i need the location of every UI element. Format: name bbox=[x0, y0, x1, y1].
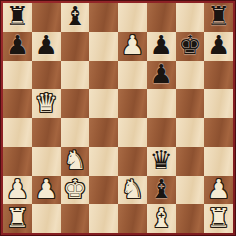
square-h8[interactable]: ♜ bbox=[204, 3, 233, 32]
piece-black-queen: ♛ bbox=[149, 147, 172, 173]
square-d7[interactable] bbox=[89, 32, 118, 61]
square-e5[interactable] bbox=[118, 89, 147, 118]
square-f8[interactable] bbox=[147, 3, 176, 32]
square-h5[interactable] bbox=[204, 89, 233, 118]
square-f6[interactable]: ♟ bbox=[147, 61, 176, 90]
square-d1[interactable] bbox=[89, 204, 118, 233]
square-h6[interactable] bbox=[204, 61, 233, 90]
piece-white-pawn: ♟ bbox=[207, 176, 230, 202]
square-g2[interactable] bbox=[176, 176, 205, 205]
square-e4[interactable] bbox=[118, 118, 147, 147]
square-f1[interactable]: ♝ bbox=[147, 204, 176, 233]
piece-white-rook: ♜ bbox=[207, 205, 230, 231]
piece-black-pawn: ♟ bbox=[207, 32, 230, 58]
piece-white-pawn: ♟ bbox=[34, 176, 57, 202]
square-f7[interactable]: ♟ bbox=[147, 32, 176, 61]
square-d5[interactable] bbox=[89, 89, 118, 118]
square-c5[interactable] bbox=[61, 89, 90, 118]
square-g1[interactable] bbox=[176, 204, 205, 233]
square-f3[interactable]: ♛ bbox=[147, 147, 176, 176]
square-g3[interactable] bbox=[176, 147, 205, 176]
square-d2[interactable] bbox=[89, 176, 118, 205]
square-b6[interactable] bbox=[32, 61, 61, 90]
square-a6[interactable] bbox=[3, 61, 32, 90]
piece-black-rook: ♜ bbox=[207, 3, 230, 29]
square-c6[interactable] bbox=[61, 61, 90, 90]
square-g7[interactable]: ♚ bbox=[176, 32, 205, 61]
square-g8[interactable] bbox=[176, 3, 205, 32]
square-c8[interactable]: ♝ bbox=[61, 3, 90, 32]
piece-white-knight: ♞ bbox=[63, 147, 86, 173]
square-h2[interactable]: ♟ bbox=[204, 176, 233, 205]
square-b2[interactable]: ♟ bbox=[32, 176, 61, 205]
square-c1[interactable] bbox=[61, 204, 90, 233]
square-e2[interactable]: ♞ bbox=[118, 176, 147, 205]
piece-white-bishop: ♝ bbox=[149, 205, 172, 231]
square-e7[interactable]: ♟ bbox=[118, 32, 147, 61]
piece-black-bishop: ♝ bbox=[149, 176, 172, 202]
square-h3[interactable] bbox=[204, 147, 233, 176]
piece-black-pawn: ♟ bbox=[149, 32, 172, 58]
square-b4[interactable] bbox=[32, 118, 61, 147]
piece-white-knight: ♞ bbox=[121, 176, 144, 202]
square-a3[interactable] bbox=[3, 147, 32, 176]
square-d3[interactable] bbox=[89, 147, 118, 176]
chess-board: ♜♝♜♟♟♟♟♚♟♟♛♞♛♟♟♚♞♝♟♜♝♜ bbox=[3, 3, 233, 233]
piece-white-pawn: ♟ bbox=[6, 176, 29, 202]
square-h7[interactable]: ♟ bbox=[204, 32, 233, 61]
square-g6[interactable] bbox=[176, 61, 205, 90]
square-f2[interactable]: ♝ bbox=[147, 176, 176, 205]
piece-white-king: ♚ bbox=[63, 176, 86, 202]
square-d4[interactable] bbox=[89, 118, 118, 147]
square-a8[interactable]: ♜ bbox=[3, 3, 32, 32]
piece-white-queen: ♛ bbox=[34, 90, 57, 116]
square-c4[interactable] bbox=[61, 118, 90, 147]
piece-white-pawn: ♟ bbox=[121, 32, 144, 58]
square-f4[interactable] bbox=[147, 118, 176, 147]
square-c2[interactable]: ♚ bbox=[61, 176, 90, 205]
piece-white-rook: ♜ bbox=[6, 205, 29, 231]
square-f5[interactable] bbox=[147, 89, 176, 118]
piece-black-pawn: ♟ bbox=[149, 61, 172, 87]
square-a4[interactable] bbox=[3, 118, 32, 147]
square-b3[interactable] bbox=[32, 147, 61, 176]
square-g4[interactable] bbox=[176, 118, 205, 147]
piece-black-pawn: ♟ bbox=[6, 32, 29, 58]
square-b8[interactable] bbox=[32, 3, 61, 32]
piece-black-pawn: ♟ bbox=[34, 32, 57, 58]
square-b7[interactable]: ♟ bbox=[32, 32, 61, 61]
square-e8[interactable] bbox=[118, 3, 147, 32]
square-g5[interactable] bbox=[176, 89, 205, 118]
piece-black-king: ♚ bbox=[178, 32, 201, 58]
piece-black-rook: ♜ bbox=[6, 3, 29, 29]
square-a5[interactable] bbox=[3, 89, 32, 118]
board-frame: ♜♝♜♟♟♟♟♚♟♟♛♞♛♟♟♚♞♝♟♜♝♜ bbox=[0, 0, 236, 236]
square-a1[interactable]: ♜ bbox=[3, 204, 32, 233]
square-a7[interactable]: ♟ bbox=[3, 32, 32, 61]
square-h1[interactable]: ♜ bbox=[204, 204, 233, 233]
square-h4[interactable] bbox=[204, 118, 233, 147]
square-b1[interactable] bbox=[32, 204, 61, 233]
piece-black-bishop: ♝ bbox=[63, 3, 86, 29]
square-c7[interactable] bbox=[61, 32, 90, 61]
square-e6[interactable] bbox=[118, 61, 147, 90]
square-d6[interactable] bbox=[89, 61, 118, 90]
square-c3[interactable]: ♞ bbox=[61, 147, 90, 176]
square-d8[interactable] bbox=[89, 3, 118, 32]
square-e1[interactable] bbox=[118, 204, 147, 233]
square-a2[interactable]: ♟ bbox=[3, 176, 32, 205]
square-b5[interactable]: ♛ bbox=[32, 89, 61, 118]
square-e3[interactable] bbox=[118, 147, 147, 176]
